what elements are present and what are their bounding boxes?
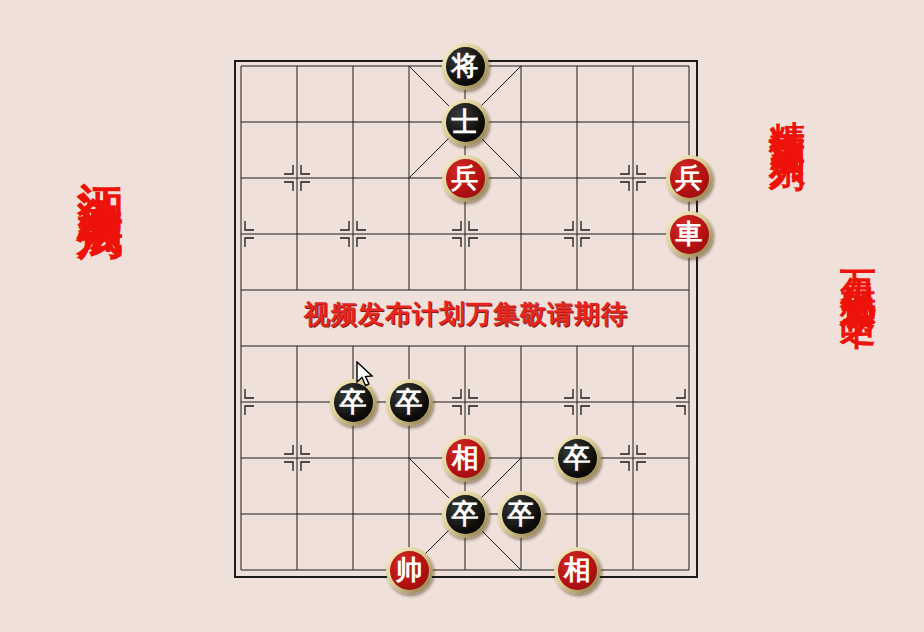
mouse-cursor-icon bbox=[356, 361, 374, 388]
piece-character: 卒 bbox=[390, 383, 429, 422]
red-pawn-piece[interactable]: 兵 bbox=[666, 155, 713, 202]
right-slogan-1-text: 精讲江湖百局系列 bbox=[762, 92, 811, 132]
right-slogan-2-text: 万集视频发布之中 bbox=[833, 242, 882, 290]
piece-character: 卒 bbox=[446, 495, 485, 534]
piece-character: 兵 bbox=[670, 159, 709, 198]
black-pawn-piece[interactable]: 卒 bbox=[554, 435, 601, 482]
piece-character: 卒 bbox=[502, 495, 541, 534]
piece-layer: 将士兵兵車卒卒相卒卒卒帅相 bbox=[213, 38, 717, 598]
black-general-piece[interactable]: 将 bbox=[442, 43, 489, 90]
piece-character: 兵 bbox=[446, 159, 485, 198]
piece-character: 相 bbox=[558, 551, 597, 590]
left-slogan-text: 江湖象棋残局 bbox=[70, 146, 132, 188]
xiangqi-endgame-page: 江湖象棋残局 视频发布计划万集敬请期待 将士兵兵車卒卒相卒卒卒帅相 精讲江湖百局… bbox=[0, 0, 924, 632]
red-chariot-piece[interactable]: 車 bbox=[666, 211, 713, 258]
piece-character: 士 bbox=[446, 103, 485, 142]
black-pawn-piece[interactable]: 卒 bbox=[498, 491, 545, 538]
black-pawn-piece[interactable]: 卒 bbox=[386, 379, 433, 426]
piece-character: 車 bbox=[670, 215, 709, 254]
black-pawn-piece[interactable]: 卒 bbox=[442, 491, 489, 538]
black-advisor-piece[interactable]: 士 bbox=[442, 99, 489, 146]
piece-character: 将 bbox=[446, 47, 485, 86]
red-elephant-piece[interactable]: 相 bbox=[442, 435, 489, 482]
piece-character: 卒 bbox=[558, 439, 597, 478]
piece-character: 相 bbox=[446, 439, 485, 478]
red-elephant-piece[interactable]: 相 bbox=[554, 547, 601, 594]
piece-character: 卒 bbox=[334, 383, 373, 422]
piece-character: 帅 bbox=[390, 551, 429, 590]
red-general-piece[interactable]: 帅 bbox=[386, 547, 433, 594]
red-pawn-piece[interactable]: 兵 bbox=[442, 155, 489, 202]
